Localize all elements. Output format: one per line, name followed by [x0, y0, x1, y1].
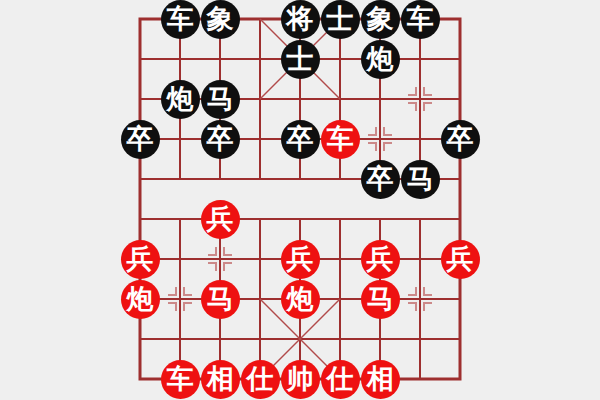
piece-black-general[interactable]: 将: [281, 0, 320, 39]
piece-black-advisor[interactable]: 士: [321, 0, 360, 39]
piece-black-elephant[interactable]: 象: [201, 0, 240, 39]
piece-black-horse[interactable]: 马: [201, 80, 240, 119]
piece-black-soldier[interactable]: 卒: [441, 120, 480, 159]
piece-red-elephant[interactable]: 相: [361, 360, 400, 399]
piece-black-soldier[interactable]: 卒: [121, 120, 160, 159]
piece-black-advisor[interactable]: 士: [281, 40, 320, 79]
piece-black-chariot[interactable]: 车: [161, 0, 200, 39]
piece-red-advisor[interactable]: 仕: [241, 360, 280, 399]
piece-black-horse[interactable]: 马: [401, 160, 440, 199]
piece-red-chariot[interactable]: 车: [321, 120, 360, 159]
piece-black-elephant[interactable]: 象: [361, 0, 400, 39]
xiangqi-board: 车象将士象车士炮炮马卒卒卒车卒卒马兵兵兵兵兵炮马炮马车相仕帅仕相: [0, 0, 600, 400]
piece-black-cannon[interactable]: 炮: [361, 40, 400, 79]
piece-red-soldier[interactable]: 兵: [281, 240, 320, 279]
piece-layer: 车象将士象车士炮炮马卒卒卒车卒卒马兵兵兵兵兵炮马炮马车相仕帅仕相: [120, 0, 480, 399]
piece-black-cannon[interactable]: 炮: [161, 80, 200, 119]
piece-red-soldier[interactable]: 兵: [441, 240, 480, 279]
piece-red-advisor[interactable]: 仕: [321, 360, 360, 399]
piece-red-cannon[interactable]: 炮: [121, 280, 160, 319]
piece-red-soldier[interactable]: 兵: [121, 240, 160, 279]
piece-red-elephant[interactable]: 相: [201, 360, 240, 399]
piece-black-soldier[interactable]: 卒: [281, 120, 320, 159]
piece-red-horse[interactable]: 马: [201, 280, 240, 319]
piece-red-general[interactable]: 帅: [281, 360, 320, 399]
piece-red-soldier[interactable]: 兵: [361, 240, 400, 279]
piece-black-chariot[interactable]: 车: [401, 0, 440, 39]
piece-black-soldier[interactable]: 卒: [201, 120, 240, 159]
piece-black-soldier[interactable]: 卒: [361, 160, 400, 199]
piece-red-cannon[interactable]: 炮: [281, 280, 320, 319]
piece-red-soldier[interactable]: 兵: [201, 200, 240, 239]
piece-red-chariot[interactable]: 车: [161, 360, 200, 399]
piece-red-horse[interactable]: 马: [361, 280, 400, 319]
